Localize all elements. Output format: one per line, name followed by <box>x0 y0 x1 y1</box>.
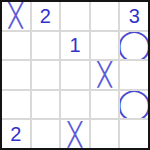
cell-r4c5[interactable]: ◯ <box>120 91 148 119</box>
cell-r5c5[interactable] <box>120 120 148 148</box>
cell-r4c1[interactable] <box>2 91 30 119</box>
cell-r2c5[interactable]: ◯ <box>120 32 148 60</box>
cell-r1c2: 2 <box>32 2 60 30</box>
cell-r4c3[interactable] <box>61 91 89 119</box>
cell-r1c3[interactable] <box>61 2 89 30</box>
cell-r5c4[interactable] <box>91 120 119 148</box>
cell-r4c2[interactable] <box>32 91 60 119</box>
puzzle-board: ╳231◯╳◯2╳ <box>0 0 150 150</box>
cell-r2c4[interactable] <box>91 32 119 60</box>
cell-r2c1[interactable] <box>2 32 30 60</box>
o-mark-icon: ◯ <box>120 32 148 60</box>
cell-r1c1[interactable]: ╳ <box>2 2 30 30</box>
clue-digit: 2 <box>40 6 51 26</box>
cell-r3c3[interactable] <box>61 61 89 89</box>
cell-r5c3[interactable]: ╳ <box>61 120 89 148</box>
cell-r5c2[interactable] <box>32 120 60 148</box>
cell-r5c1: 2 <box>2 120 30 148</box>
cell-r4c4[interactable] <box>91 91 119 119</box>
x-mark-icon: ╳ <box>9 4 23 27</box>
cell-r1c4[interactable] <box>91 2 119 30</box>
o-mark-icon: ◯ <box>120 91 148 119</box>
cell-r3c1[interactable] <box>2 61 30 89</box>
cell-r1c5: 3 <box>120 2 148 30</box>
cell-r2c3: 1 <box>61 32 89 60</box>
cell-r2c2[interactable] <box>32 32 60 60</box>
clue-digit: 3 <box>129 6 140 26</box>
cell-r3c2[interactable] <box>32 61 60 89</box>
cell-r3c5[interactable] <box>120 61 148 89</box>
clue-digit: 2 <box>10 124 21 144</box>
x-mark-icon: ╳ <box>98 63 112 86</box>
cell-r3c4[interactable]: ╳ <box>91 61 119 89</box>
x-mark-icon: ╳ <box>68 123 82 146</box>
clue-digit: 1 <box>69 35 80 55</box>
